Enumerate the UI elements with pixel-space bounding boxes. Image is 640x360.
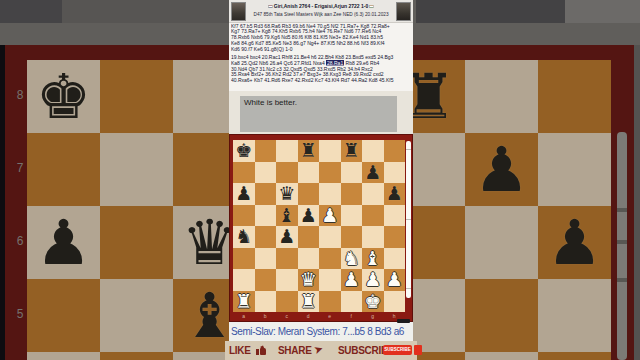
notation-text[interactable]: Ka8 25.Qd2 Nb6 26.a4 Qc6 27.Rfd1 Nxa4 — [231, 60, 326, 66]
board-square[interactable] — [341, 205, 363, 227]
caption-bar: Semi-Slav: Meran System: 7...b5 8 Bd3 a6 — [229, 322, 413, 341]
board-square[interactable] — [384, 291, 406, 313]
board-square[interactable] — [319, 248, 341, 270]
file-labels: abcdefgh — [233, 313, 405, 319]
board-scrollbar[interactable] — [406, 141, 411, 298]
players-text: Giri,Anish 2764 - Erigaisi,Arjun 2722 1-… — [274, 3, 368, 9]
file-label: a — [233, 313, 255, 319]
board-square[interactable] — [319, 226, 341, 248]
chess-piece-wP[interactable]: ♟ — [319, 205, 341, 227]
share-label[interactable]: SHARE — [278, 345, 312, 356]
board-square[interactable] — [384, 162, 406, 184]
board-square[interactable] — [384, 226, 406, 248]
chess-piece-wQ[interactable]: ♛ — [298, 269, 320, 291]
game-header-bar: Giri,Anish 2764 - Erigaisi,Arjun 2722 1-… — [229, 0, 413, 23]
board-square[interactable] — [298, 226, 320, 248]
chess-piece-wB[interactable]: ♝ — [362, 248, 384, 270]
board-square[interactable]: ♜ — [233, 291, 255, 313]
thumbs-up-icon[interactable] — [256, 346, 266, 355]
notation-line[interactable]: 40.Rxa6+ Kb7 41.Rd6 Rxe7 42.Rxd2 Kc7 43.… — [231, 77, 411, 83]
board-square[interactable]: ♞ — [341, 248, 363, 270]
board-square[interactable] — [233, 248, 255, 270]
notation-line[interactable]: Ke8 84.g6 Kd7 85.Ke5 Ne3 86.g7 Ng4+ 87.K… — [231, 40, 411, 46]
board-square[interactable]: ♜ — [341, 140, 363, 162]
chess-piece-bP[interactable]: ♟ — [276, 226, 298, 248]
action-bar: LIKE SHARE ➤ SUBSCRIBE SUBSCRIBE — [225, 341, 417, 360]
board-square[interactable]: ♟ — [362, 269, 384, 291]
board-square[interactable]: ♝ — [276, 205, 298, 227]
board-square[interactable] — [341, 291, 363, 313]
board-square[interactable]: ♚ — [362, 291, 384, 313]
chess-piece-wK[interactable]: ♚ — [362, 291, 384, 313]
file-label: b — [255, 313, 277, 319]
players-line: Giri,Anish 2764 - Erigaisi,Arjun 2722 1-… — [267, 3, 374, 9]
board-square[interactable] — [362, 140, 384, 162]
board-square[interactable] — [233, 162, 255, 184]
board-square[interactable] — [255, 291, 277, 313]
board-square[interactable]: ♟ — [298, 205, 320, 227]
board-square[interactable]: ♜ — [298, 291, 320, 313]
board-square[interactable]: ♟ — [384, 269, 406, 291]
board-square[interactable] — [319, 183, 341, 205]
highlighted-move[interactable]: 28.Ra1 — [326, 60, 344, 66]
board-square[interactable]: ♞ — [233, 226, 255, 248]
analysis-board-frame: ♚♜♜♟♟♛♟♝♟♟♞♟♞♝♛♟♟♟♜♜♚ abcdefgh — [229, 134, 413, 322]
board-square[interactable]: ♚ — [233, 140, 255, 162]
board-square[interactable]: ♜ — [298, 140, 320, 162]
board-square[interactable] — [255, 140, 277, 162]
chess-piece-wN[interactable]: ♞ — [341, 248, 363, 270]
chess-piece-wP[interactable]: ♟ — [362, 269, 384, 291]
file-label: f — [341, 313, 363, 319]
chess-piece-bB[interactable]: ♝ — [276, 205, 298, 227]
board-square[interactable]: ♟ — [341, 269, 363, 291]
board-square[interactable] — [362, 226, 384, 248]
board-square[interactable] — [319, 269, 341, 291]
chess-piece-bP[interactable]: ♟ — [384, 183, 406, 205]
chess-piece-wR[interactable]: ♜ — [233, 291, 255, 313]
board-square[interactable] — [233, 269, 255, 291]
black-player-photo — [396, 2, 411, 21]
board-square[interactable]: ♟ — [362, 162, 384, 184]
india-flag-icon — [369, 5, 374, 8]
subscribe-button[interactable]: SUBSCRIBE — [383, 345, 412, 355]
board-square[interactable] — [255, 248, 277, 270]
board-square[interactable] — [341, 162, 363, 184]
board-square[interactable] — [276, 291, 298, 313]
notation-panel[interactable]: Kf7 67.b5 Rd3 68.Ra6 Rb3 69.b6 Ne4 70.g5… — [231, 23, 411, 57]
caption-text: Semi-Slav: Meran System: 7...b5 8 Bd3 a6 — [229, 326, 404, 337]
chess-piece-bR[interactable]: ♜ — [298, 140, 320, 162]
chess-piece-bP[interactable]: ♟ — [233, 183, 255, 205]
board-square[interactable] — [384, 205, 406, 227]
board-square[interactable] — [362, 205, 384, 227]
file-label: d — [298, 313, 320, 319]
board-square[interactable]: ♛ — [298, 269, 320, 291]
board-square[interactable]: ♛ — [276, 183, 298, 205]
board-square[interactable] — [255, 205, 277, 227]
board-square[interactable] — [276, 248, 298, 270]
event-line: D47 85th Tata Steel Masters Wijk aan Zee… — [254, 12, 389, 17]
board-square[interactable]: ♝ — [362, 248, 384, 270]
file-label: e — [319, 313, 341, 319]
board-square[interactable] — [362, 183, 384, 205]
analysis-board[interactable]: ♚♜♜♟♟♛♟♝♟♟♞♟♞♝♛♟♟♟♜♜♚ — [233, 140, 405, 312]
board-square[interactable] — [341, 183, 363, 205]
chess-piece-bP[interactable]: ♟ — [298, 205, 320, 227]
white-player-photo — [231, 2, 246, 21]
board-square[interactable] — [276, 269, 298, 291]
youtube-icon[interactable] — [414, 345, 422, 355]
board-square[interactable] — [384, 140, 406, 162]
video-frame: 8 7 6 5 ♚♜♜♟♟♛♟♝♟♟♞♟ Giri,Anish 2764 - E… — [0, 0, 640, 360]
board-square[interactable] — [255, 226, 277, 248]
chess-piece-bP[interactable]: ♟ — [362, 162, 384, 184]
board-square[interactable] — [298, 248, 320, 270]
board-square[interactable]: ♟ — [233, 183, 255, 205]
board-square[interactable] — [319, 162, 341, 184]
chess-piece-bK[interactable]: ♚ — [233, 140, 255, 162]
board-square[interactable] — [255, 269, 277, 291]
board-square[interactable]: ♟ — [384, 183, 406, 205]
board-square[interactable] — [384, 248, 406, 270]
board-square[interactable]: ♟ — [276, 226, 298, 248]
board-square[interactable] — [255, 183, 277, 205]
chess-piece-bQ[interactable]: ♛ — [276, 183, 298, 205]
notation-text[interactable]: Rb8 29.e6 Rb4 — [344, 60, 379, 66]
chess-piece-bR[interactable]: ♜ — [341, 140, 363, 162]
board-square[interactable] — [298, 162, 320, 184]
board-square[interactable] — [255, 162, 277, 184]
board-square[interactable] — [276, 162, 298, 184]
progress-marker — [397, 319, 410, 323]
chess-piece-wP[interactable]: ♟ — [341, 269, 363, 291]
like-label[interactable]: LIKE — [229, 345, 251, 356]
chess-piece-wR[interactable]: ♜ — [298, 291, 320, 313]
commentary-box: White is better. — [240, 96, 397, 132]
board-square[interactable]: ♟ — [319, 205, 341, 227]
chessbase-panel: Giri,Anish 2764 - Erigaisi,Arjun 2722 1-… — [229, 0, 413, 360]
commentary-section: White is better. — [229, 91, 413, 134]
share-arrow-icon[interactable]: ➤ — [312, 342, 325, 357]
board-square[interactable] — [276, 140, 298, 162]
file-label: c — [276, 313, 298, 319]
board-square[interactable] — [233, 205, 255, 227]
board-square[interactable] — [319, 291, 341, 313]
chess-piece-bN[interactable]: ♞ — [233, 226, 255, 248]
file-label: g — [362, 313, 384, 319]
board-square[interactable] — [341, 226, 363, 248]
chess-piece-wP[interactable]: ♟ — [384, 269, 406, 291]
board-square[interactable] — [319, 140, 341, 162]
board-square[interactable] — [298, 183, 320, 205]
netherlands-flag-icon — [268, 5, 273, 8]
